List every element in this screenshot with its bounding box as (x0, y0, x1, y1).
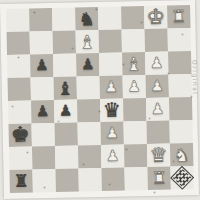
square-e1[interactable] (101, 167, 124, 190)
square-f2[interactable] (124, 144, 147, 167)
square-b4[interactable]: ♟ (31, 100, 54, 123)
square-b8[interactable] (29, 8, 52, 31)
piece-white-queen-g2[interactable]: ♛ (149, 144, 167, 167)
square-c8[interactable] (52, 7, 75, 30)
square-h8[interactable]: ♜ (167, 5, 190, 28)
board-frame: ♞♚♜♝♟♟♝♟♝♟♟♟♟♟♛♟♚♟♟♛♞♜♜ Original (0, 0, 199, 199)
piece-white-pawn-e3[interactable]: ♟ (105, 122, 119, 145)
square-e8[interactable] (98, 7, 121, 30)
square-f8[interactable] (121, 6, 144, 29)
square-g5[interactable]: ♟ (145, 75, 168, 98)
square-b5[interactable] (31, 77, 54, 100)
square-a2[interactable] (9, 146, 32, 169)
piece-white-pawn-e2[interactable]: ♟ (106, 145, 120, 168)
square-b3[interactable] (31, 123, 54, 146)
square-e6[interactable] (99, 53, 122, 76)
piece-white-bishop-f6[interactable]: ♝ (125, 52, 142, 75)
square-a4[interactable] (8, 100, 31, 123)
piece-white-pawn-g5[interactable]: ♟ (150, 75, 164, 98)
square-h4[interactable] (169, 97, 192, 120)
square-g4[interactable]: ♟ (146, 98, 169, 121)
square-a7[interactable] (7, 31, 30, 54)
square-c7[interactable] (53, 30, 76, 53)
square-g6[interactable]: ♟ (145, 52, 168, 75)
piece-black-queen-e4[interactable]: ♛ (103, 99, 121, 122)
square-g1[interactable]: ♜ (147, 167, 170, 190)
square-c2[interactable] (55, 145, 78, 168)
square-f6[interactable]: ♝ (122, 52, 145, 75)
square-h7[interactable] (168, 28, 191, 51)
square-f5[interactable]: ♟ (123, 75, 146, 98)
square-h5[interactable] (168, 74, 191, 97)
square-c5[interactable]: ♝ (54, 76, 77, 99)
square-b6[interactable]: ♟ (30, 54, 53, 77)
square-f1[interactable] (124, 167, 147, 190)
square-e3[interactable]: ♟ (100, 122, 123, 145)
square-d2[interactable] (78, 145, 101, 168)
square-g2[interactable]: ♛ (147, 144, 170, 167)
piece-white-rook-g1[interactable]: ♜ (151, 167, 167, 190)
piece-white-bishop-d7[interactable]: ♝ (79, 30, 96, 53)
square-f3[interactable] (123, 121, 146, 144)
square-a5[interactable] (8, 77, 31, 100)
square-h3[interactable] (169, 120, 192, 143)
board-edge-text: Original (191, 60, 199, 96)
square-d5[interactable] (77, 76, 100, 99)
piece-black-knight-d8[interactable]: ♞ (78, 7, 95, 30)
piece-white-rook-h8[interactable]: ♜ (171, 5, 187, 28)
square-a1[interactable]: ♜ (9, 169, 32, 192)
piece-black-pawn-b6[interactable]: ♟ (35, 54, 49, 77)
square-f4[interactable] (123, 98, 146, 121)
piece-white-pawn-g4[interactable]: ♟ (151, 98, 165, 121)
piece-black-rook-a1[interactable]: ♜ (13, 170, 29, 193)
square-a3[interactable]: ♚ (8, 123, 31, 146)
square-g3[interactable] (146, 121, 169, 144)
piece-black-king-a3[interactable]: ♚ (11, 123, 30, 146)
square-d1[interactable] (78, 168, 101, 191)
piece-white-pawn-g6[interactable]: ♟ (150, 52, 164, 75)
piece-white-pawn-f5[interactable]: ♟ (127, 75, 141, 98)
square-a8[interactable] (6, 8, 29, 31)
checkered-diamond-logo (170, 166, 194, 190)
square-b2[interactable] (32, 146, 55, 169)
piece-black-pawn-d6[interactable]: ♟ (81, 53, 95, 76)
piece-black-pawn-b4[interactable]: ♟ (36, 100, 50, 123)
square-h2[interactable]: ♞ (170, 143, 193, 166)
square-e7[interactable] (99, 30, 122, 53)
square-d8[interactable]: ♞ (75, 7, 98, 30)
chessboard-photo: ♞♚♜♝♟♟♝♟♝♟♟♟♟♟♛♟♚♟♟♛♞♜♜ Original (0, 0, 200, 200)
square-g8[interactable]: ♚ (144, 6, 167, 29)
square-d7[interactable]: ♝ (76, 30, 99, 53)
chess-board[interactable]: ♞♚♜♝♟♟♝♟♝♟♟♟♟♟♛♟♚♟♟♛♞♜♜ (6, 5, 194, 193)
piece-white-knight-h2[interactable]: ♞ (173, 143, 190, 166)
square-b1[interactable] (32, 169, 55, 192)
square-e4[interactable]: ♛ (100, 99, 123, 122)
square-c1[interactable] (55, 168, 78, 191)
square-d3[interactable] (77, 122, 100, 145)
square-f7[interactable] (122, 29, 145, 52)
square-c4[interactable]: ♟ (54, 99, 77, 122)
square-a6[interactable] (7, 54, 30, 77)
square-b7[interactable] (30, 31, 53, 54)
piece-white-king-g8[interactable]: ♚ (146, 6, 165, 29)
square-h6[interactable] (168, 51, 191, 74)
square-d6[interactable]: ♟ (76, 53, 99, 76)
square-c6[interactable] (53, 53, 76, 76)
square-g7[interactable] (145, 29, 168, 52)
square-c3[interactable] (54, 122, 77, 145)
piece-black-bishop-c5[interactable]: ♝ (57, 77, 74, 100)
piece-white-pawn-e5[interactable]: ♟ (104, 76, 118, 99)
square-d4[interactable] (77, 99, 100, 122)
square-e5[interactable]: ♟ (100, 76, 123, 99)
square-h1[interactable] (170, 166, 193, 189)
square-e2[interactable]: ♟ (101, 144, 124, 167)
dust-speckles (0, 0, 1, 1)
piece-black-pawn-c4[interactable]: ♟ (59, 100, 73, 123)
